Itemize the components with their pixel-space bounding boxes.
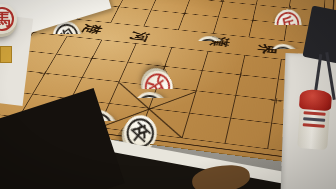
river-text-chu: 楚: [80, 24, 104, 35]
xiangqi-photo-scene: 楚 河 漢 界 砲兵車馬兵馬砲卒 馬: [0, 0, 336, 189]
bottle-label: [297, 108, 330, 150]
point-marker: [180, 11, 190, 16]
captured-red-horse-piece[interactable]: 馬: [0, 4, 17, 34]
board-cell: [225, 119, 272, 149]
bottle: [295, 89, 333, 155]
bottle-label-text-line: [303, 123, 325, 128]
box-sticker: [0, 46, 12, 63]
river-text-he: 河: [128, 31, 151, 43]
bottle-cap: [299, 89, 332, 111]
piece-glyph: 馬: [0, 4, 17, 34]
board-cell: [182, 114, 230, 144]
bottle-label-text-line: [304, 111, 326, 116]
bottle-label-text-line: [303, 117, 325, 122]
